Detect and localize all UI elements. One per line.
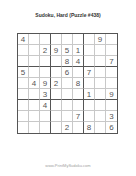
cell-r2c8 bbox=[95, 45, 106, 56]
cell-r9c7: 8 bbox=[84, 122, 95, 133]
cell-r4c3 bbox=[40, 67, 51, 78]
cell-r9c5: 2 bbox=[62, 122, 73, 133]
cell-r1c7 bbox=[84, 34, 95, 45]
cell-r5c4: 2 bbox=[51, 78, 62, 89]
cell-r2c4: 9 bbox=[51, 45, 62, 56]
cell-r7c1 bbox=[18, 100, 29, 111]
cell-r7c3: 4 bbox=[40, 100, 51, 111]
cell-r4c7: 7 bbox=[84, 67, 95, 78]
cell-r6c4 bbox=[51, 89, 62, 100]
cell-r4c1: 5 bbox=[18, 67, 29, 78]
cell-r1c8: 9 bbox=[95, 34, 106, 45]
cell-r5c2: 4 bbox=[29, 78, 40, 89]
cell-r2c5: 5 bbox=[62, 45, 73, 56]
cell-r4c2 bbox=[29, 67, 40, 78]
sudoku-grid: 4929518475674928319473286 bbox=[17, 33, 118, 134]
cell-r3c9: 7 bbox=[106, 56, 117, 67]
cell-r5c9 bbox=[106, 78, 117, 89]
page-title: Sudoku, Hard (Puzzle #438) bbox=[0, 12, 136, 18]
cell-r9c2 bbox=[29, 122, 40, 133]
cell-r7c8 bbox=[95, 100, 106, 111]
cell-r4c8 bbox=[95, 67, 106, 78]
cell-r5c8 bbox=[95, 78, 106, 89]
cell-r1c9 bbox=[106, 34, 117, 45]
cell-r8c3 bbox=[40, 111, 51, 122]
cell-r8c6: 7 bbox=[73, 111, 84, 122]
cell-r7c9 bbox=[106, 100, 117, 111]
cell-r5c6: 8 bbox=[73, 78, 84, 89]
cell-r6c1 bbox=[18, 89, 29, 100]
cell-r3c8 bbox=[95, 56, 106, 67]
cell-r2c3: 2 bbox=[40, 45, 51, 56]
cell-r3c2 bbox=[29, 56, 40, 67]
cell-r7c4 bbox=[51, 100, 62, 111]
cell-r6c3: 3 bbox=[40, 89, 51, 100]
cell-r7c5 bbox=[62, 100, 73, 111]
cell-r7c6 bbox=[73, 100, 84, 111]
cell-r3c4 bbox=[51, 56, 62, 67]
cell-r9c4 bbox=[51, 122, 62, 133]
cell-r1c4 bbox=[51, 34, 62, 45]
cell-r9c8 bbox=[95, 122, 106, 133]
cell-r7c2 bbox=[29, 100, 40, 111]
cell-r6c5 bbox=[62, 89, 73, 100]
cell-r9c1 bbox=[18, 122, 29, 133]
cell-r1c1: 4 bbox=[18, 34, 29, 45]
cell-r2c6: 1 bbox=[73, 45, 84, 56]
cell-r6c8 bbox=[95, 89, 106, 100]
cell-r6c9: 9 bbox=[106, 89, 117, 100]
cell-r3c1 bbox=[18, 56, 29, 67]
cell-r5c5 bbox=[62, 78, 73, 89]
cell-r2c1 bbox=[18, 45, 29, 56]
cell-r1c3 bbox=[40, 34, 51, 45]
cell-r9c9: 6 bbox=[106, 122, 117, 133]
cell-r1c2 bbox=[29, 34, 40, 45]
cell-r1c5 bbox=[62, 34, 73, 45]
cell-r5c1 bbox=[18, 78, 29, 89]
cell-r3c5: 8 bbox=[62, 56, 73, 67]
cell-r3c3 bbox=[40, 56, 51, 67]
cell-r8c5 bbox=[62, 111, 73, 122]
cell-r8c4 bbox=[51, 111, 62, 122]
cell-r5c7 bbox=[84, 78, 95, 89]
cell-r4c5: 6 bbox=[62, 67, 73, 78]
cell-r3c6: 4 bbox=[73, 56, 84, 67]
cell-r8c8 bbox=[95, 111, 106, 122]
cell-r1c6 bbox=[73, 34, 84, 45]
cell-r5c3: 9 bbox=[40, 78, 51, 89]
cell-r9c3 bbox=[40, 122, 51, 133]
cell-r8c7 bbox=[84, 111, 95, 122]
cell-r8c9: 3 bbox=[106, 111, 117, 122]
cell-r4c9 bbox=[106, 67, 117, 78]
cell-r3c7 bbox=[84, 56, 95, 67]
footer-url: www.PrintMySudoku.com bbox=[0, 163, 136, 168]
cell-r2c9 bbox=[106, 45, 117, 56]
cell-r6c2 bbox=[29, 89, 40, 100]
cell-r8c2 bbox=[29, 111, 40, 122]
cell-r4c4 bbox=[51, 67, 62, 78]
cell-r4c6 bbox=[73, 67, 84, 78]
cell-r2c2 bbox=[29, 45, 40, 56]
cell-r6c7: 1 bbox=[84, 89, 95, 100]
cell-r8c1 bbox=[18, 111, 29, 122]
cell-r2c7 bbox=[84, 45, 95, 56]
cell-r7c7 bbox=[84, 100, 95, 111]
cell-r6c6 bbox=[73, 89, 84, 100]
cell-r9c6 bbox=[73, 122, 84, 133]
